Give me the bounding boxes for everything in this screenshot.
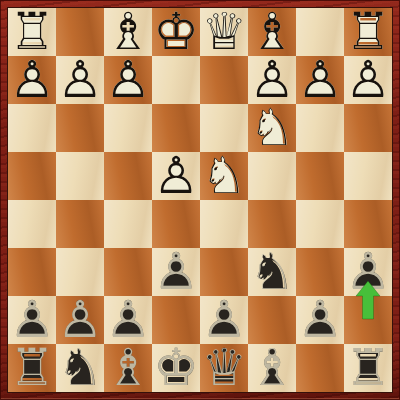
white-pawn-outline-icon: ♙	[56, 56, 104, 104]
black-pawn-outline-icon: ♙	[8, 296, 56, 344]
white-pawn-icon: ♟	[8, 56, 56, 104]
black-pawn-icon: ♟	[200, 296, 248, 344]
square-h1[interactable]: ♜♖	[8, 8, 56, 56]
square-b8[interactable]	[296, 344, 344, 392]
white-pawn-icon: ♟	[296, 56, 344, 104]
white-bishop-outline-icon: ♗	[104, 8, 152, 56]
piece-white-pawn[interactable]: ♟♙	[296, 56, 344, 104]
square-g1[interactable]	[56, 8, 104, 56]
square-e5[interactable]	[152, 200, 200, 248]
piece-white-rook[interactable]: ♜♖	[8, 8, 56, 56]
white-queen-icon: ♛	[200, 8, 248, 56]
white-pawn-outline-icon: ♙	[152, 152, 200, 200]
white-knight-outline-icon: ♘	[200, 152, 248, 200]
piece-black-rook[interactable]: ♜♖	[344, 344, 392, 392]
square-a4[interactable]	[344, 152, 392, 200]
square-f7[interactable]: ♟♙	[104, 296, 152, 344]
piece-black-rook[interactable]: ♜♖	[8, 344, 56, 392]
square-g7[interactable]: ♟♙	[56, 296, 104, 344]
square-c8[interactable]: ♝♗	[248, 344, 296, 392]
square-h6[interactable]	[8, 248, 56, 296]
square-g8[interactable]: ♞♘	[56, 344, 104, 392]
piece-black-pawn[interactable]: ♟♙	[104, 296, 152, 344]
black-king-outline-icon: ♔	[152, 344, 200, 392]
white-pawn-icon: ♟	[344, 56, 392, 104]
square-b4[interactable]	[296, 152, 344, 200]
white-pawn-outline-icon: ♙	[104, 56, 152, 104]
square-h2[interactable]: ♟♙	[8, 56, 56, 104]
black-pawn-outline-icon: ♙	[344, 248, 392, 296]
black-rook-outline-icon: ♖	[344, 344, 392, 392]
square-e6[interactable]: ♟♙	[152, 248, 200, 296]
square-a5[interactable]	[344, 200, 392, 248]
white-knight-outline-icon: ♘	[248, 104, 296, 152]
square-g3[interactable]	[56, 104, 104, 152]
white-pawn-icon: ♟	[104, 56, 152, 104]
square-g2[interactable]: ♟♙	[56, 56, 104, 104]
black-knight-outline-icon: ♘	[56, 344, 104, 392]
square-c4[interactable]	[248, 152, 296, 200]
black-rook-outline-icon: ♖	[8, 344, 56, 392]
black-knight-icon: ♞	[248, 248, 296, 296]
piece-white-pawn[interactable]: ♟♙	[248, 56, 296, 104]
square-f8[interactable]: ♝♗	[104, 344, 152, 392]
square-h4[interactable]	[8, 152, 56, 200]
square-e1[interactable]: ♚♔	[152, 8, 200, 56]
square-b3[interactable]	[296, 104, 344, 152]
square-f6[interactable]	[104, 248, 152, 296]
piece-white-pawn[interactable]: ♟♙	[344, 56, 392, 104]
square-f4[interactable]	[104, 152, 152, 200]
piece-white-king[interactable]: ♚♔	[152, 8, 200, 56]
black-bishop-icon: ♝	[248, 344, 296, 392]
black-knight-icon: ♞	[56, 344, 104, 392]
square-h8[interactable]: ♜♖	[8, 344, 56, 392]
black-pawn-icon: ♟	[344, 248, 392, 296]
square-a2[interactable]: ♟♙	[344, 56, 392, 104]
black-bishop-outline-icon: ♗	[248, 344, 296, 392]
square-g6[interactable]	[56, 248, 104, 296]
white-pawn-outline-icon: ♙	[344, 56, 392, 104]
black-bishop-icon: ♝	[104, 344, 152, 392]
chess-board: ♜♖♝♗♚♔♛♕♝♗♜♖♟♙♟♙♟♙♟♙♟♙♟♙♞♘♟♙♞♘♟♙♞♘♟♙♟♙♟♙…	[8, 8, 392, 392]
white-pawn-icon: ♟	[152, 152, 200, 200]
square-b7[interactable]: ♟♙	[296, 296, 344, 344]
white-pawn-icon: ♟	[248, 56, 296, 104]
piece-white-bishop[interactable]: ♝♗	[248, 8, 296, 56]
black-queen-outline-icon: ♕	[200, 344, 248, 392]
square-a7[interactable]	[344, 296, 392, 344]
piece-white-knight[interactable]: ♞♘	[248, 104, 296, 152]
piece-white-queen[interactable]: ♛♕	[200, 8, 248, 56]
piece-black-bishop[interactable]: ♝♗	[104, 344, 152, 392]
square-a8[interactable]: ♜♖	[344, 344, 392, 392]
square-f3[interactable]	[104, 104, 152, 152]
square-c3[interactable]: ♞♘	[248, 104, 296, 152]
black-rook-icon: ♜	[8, 344, 56, 392]
piece-black-queen[interactable]: ♛♕	[200, 344, 248, 392]
piece-black-pawn[interactable]: ♟♙	[344, 248, 392, 296]
black-king-icon: ♚	[152, 344, 200, 392]
white-queen-outline-icon: ♕	[200, 8, 248, 56]
piece-black-king[interactable]: ♚♔	[152, 344, 200, 392]
piece-white-pawn[interactable]: ♟♙	[56, 56, 104, 104]
black-pawn-icon: ♟	[104, 296, 152, 344]
square-d8[interactable]: ♛♕	[200, 344, 248, 392]
square-c1[interactable]: ♝♗	[248, 8, 296, 56]
square-e8[interactable]: ♚♔	[152, 344, 200, 392]
square-d3[interactable]	[200, 104, 248, 152]
square-d7[interactable]: ♟♙	[200, 296, 248, 344]
piece-black-pawn[interactable]: ♟♙	[296, 296, 344, 344]
square-d5[interactable]	[200, 200, 248, 248]
piece-white-bishop[interactable]: ♝♗	[104, 8, 152, 56]
white-bishop-icon: ♝	[248, 8, 296, 56]
square-f2[interactable]: ♟♙	[104, 56, 152, 104]
black-pawn-icon: ♟	[8, 296, 56, 344]
square-e7[interactable]	[152, 296, 200, 344]
white-pawn-outline-icon: ♙	[8, 56, 56, 104]
white-rook-icon: ♜	[344, 8, 392, 56]
piece-white-pawn[interactable]: ♟♙	[152, 152, 200, 200]
white-pawn-outline-icon: ♙	[248, 56, 296, 104]
black-knight-outline-icon: ♘	[248, 248, 296, 296]
piece-black-pawn[interactable]: ♟♙	[8, 296, 56, 344]
square-g4[interactable]	[56, 152, 104, 200]
square-c5[interactable]	[248, 200, 296, 248]
square-f5[interactable]	[104, 200, 152, 248]
piece-white-knight[interactable]: ♞♘	[200, 152, 248, 200]
white-knight-icon: ♞	[248, 104, 296, 152]
square-d2[interactable]	[200, 56, 248, 104]
black-pawn-outline-icon: ♙	[104, 296, 152, 344]
piece-white-pawn[interactable]: ♟♙	[8, 56, 56, 104]
square-h3[interactable]	[8, 104, 56, 152]
black-pawn-icon: ♟	[296, 296, 344, 344]
black-pawn-outline-icon: ♙	[152, 248, 200, 296]
piece-black-pawn[interactable]: ♟♙	[56, 296, 104, 344]
chess-board-frame: ♜♖♝♗♚♔♛♕♝♗♜♖♟♙♟♙♟♙♟♙♟♙♟♙♞♘♟♙♞♘♟♙♞♘♟♙♟♙♟♙…	[0, 0, 400, 400]
square-g5[interactable]	[56, 200, 104, 248]
piece-black-pawn[interactable]: ♟♙	[200, 296, 248, 344]
black-bishop-outline-icon: ♗	[104, 344, 152, 392]
white-pawn-outline-icon: ♙	[296, 56, 344, 104]
square-e4[interactable]: ♟♙	[152, 152, 200, 200]
black-pawn-icon: ♟	[152, 248, 200, 296]
piece-black-knight[interactable]: ♞♘	[56, 344, 104, 392]
white-bishop-icon: ♝	[104, 8, 152, 56]
square-f1[interactable]: ♝♗	[104, 8, 152, 56]
white-rook-outline-icon: ♖	[8, 8, 56, 56]
piece-black-knight[interactable]: ♞♘	[248, 248, 296, 296]
square-h5[interactable]	[8, 200, 56, 248]
black-pawn-outline-icon: ♙	[56, 296, 104, 344]
black-pawn-outline-icon: ♙	[296, 296, 344, 344]
square-d6[interactable]	[200, 248, 248, 296]
white-knight-icon: ♞	[200, 152, 248, 200]
square-a3[interactable]	[344, 104, 392, 152]
white-pawn-icon: ♟	[56, 56, 104, 104]
piece-black-pawn[interactable]: ♟♙	[152, 248, 200, 296]
square-e2[interactable]	[152, 56, 200, 104]
piece-white-rook[interactable]: ♜♖	[344, 8, 392, 56]
square-h7[interactable]: ♟♙	[8, 296, 56, 344]
square-b6[interactable]	[296, 248, 344, 296]
white-king-outline-icon: ♔	[152, 8, 200, 56]
square-b5[interactable]	[296, 200, 344, 248]
white-rook-outline-icon: ♖	[344, 8, 392, 56]
square-b2[interactable]: ♟♙	[296, 56, 344, 104]
square-c2[interactable]: ♟♙	[248, 56, 296, 104]
square-d4[interactable]: ♞♘	[200, 152, 248, 200]
white-bishop-outline-icon: ♗	[248, 8, 296, 56]
white-rook-icon: ♜	[8, 8, 56, 56]
piece-black-bishop[interactable]: ♝♗	[248, 344, 296, 392]
square-d1[interactable]: ♛♕	[200, 8, 248, 56]
square-a6[interactable]: ♟♙	[344, 248, 392, 296]
black-pawn-outline-icon: ♙	[200, 296, 248, 344]
black-pawn-icon: ♟	[56, 296, 104, 344]
piece-white-pawn[interactable]: ♟♙	[104, 56, 152, 104]
square-e3[interactable]	[152, 104, 200, 152]
square-c7[interactable]	[248, 296, 296, 344]
white-king-icon: ♚	[152, 8, 200, 56]
square-b1[interactable]	[296, 8, 344, 56]
square-a1[interactable]: ♜♖	[344, 8, 392, 56]
black-queen-icon: ♛	[200, 344, 248, 392]
black-rook-icon: ♜	[344, 344, 392, 392]
square-c6[interactable]: ♞♘	[248, 248, 296, 296]
